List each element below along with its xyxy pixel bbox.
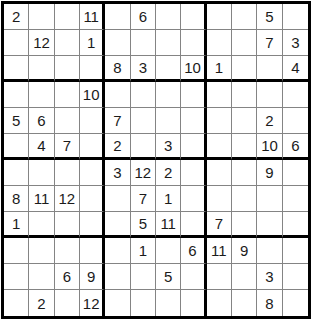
given-digit: 6 bbox=[139, 9, 147, 24]
cell-r5c5[interactable]: 7 bbox=[105, 108, 130, 134]
given-digit: 7 bbox=[113, 113, 121, 128]
cell-r3c5[interactable]: 8 bbox=[105, 56, 130, 82]
cell-r2c1[interactable] bbox=[4, 30, 29, 56]
cell-r12c2[interactable]: 2 bbox=[29, 290, 54, 316]
cell-r8c12[interactable] bbox=[283, 186, 308, 212]
given-digit: 10 bbox=[83, 87, 100, 102]
given-digit: 3 bbox=[265, 269, 273, 284]
cell-r2c6[interactable] bbox=[131, 30, 156, 56]
cell-r6c12[interactable]: 6 bbox=[283, 134, 308, 160]
cell-r4c9[interactable] bbox=[207, 82, 232, 108]
cell-r5c6[interactable] bbox=[131, 108, 156, 134]
cell-r7c4[interactable] bbox=[80, 160, 105, 186]
cell-r2c3[interactable] bbox=[55, 30, 80, 56]
cell-r2c4[interactable]: 1 bbox=[80, 30, 105, 56]
cell-r8c1[interactable]: 8 bbox=[4, 186, 29, 212]
cell-r1c10[interactable] bbox=[232, 4, 257, 30]
given-digit: 2 bbox=[37, 296, 45, 311]
cell-r6c3[interactable]: 7 bbox=[55, 134, 80, 160]
cell-r1c8[interactable] bbox=[181, 4, 206, 30]
cell-r4c7[interactable] bbox=[156, 82, 181, 108]
cell-r11c2[interactable] bbox=[29, 264, 54, 290]
sudoku-page: 2116512173831014105672472310631229811127… bbox=[0, 0, 312, 320]
cell-r3c7[interactable] bbox=[156, 56, 181, 82]
cell-r6c5[interactable]: 2 bbox=[105, 134, 130, 160]
given-digit: 5 bbox=[164, 269, 172, 284]
cell-r6c10[interactable] bbox=[232, 134, 257, 160]
given-digit: 5 bbox=[139, 216, 147, 231]
cell-r3c8[interactable]: 10 bbox=[181, 56, 206, 82]
cell-r11c9[interactable] bbox=[207, 264, 232, 290]
given-digit: 12 bbox=[58, 191, 75, 206]
cell-r3c12[interactable]: 4 bbox=[283, 56, 308, 82]
cell-r6c11[interactable]: 10 bbox=[257, 134, 282, 160]
cell-r8c11[interactable] bbox=[257, 186, 282, 212]
cell-r10c12[interactable] bbox=[283, 238, 308, 264]
cell-r12c10[interactable] bbox=[232, 290, 257, 316]
cell-r10c1[interactable] bbox=[4, 238, 29, 264]
given-digit: 11 bbox=[211, 243, 227, 258]
cell-r2c7[interactable] bbox=[156, 30, 181, 56]
cell-r7c6[interactable]: 12 bbox=[131, 160, 156, 186]
cell-r11c11[interactable]: 3 bbox=[257, 264, 282, 290]
cell-r12c12[interactable] bbox=[283, 290, 308, 316]
given-digit: 8 bbox=[12, 191, 20, 206]
given-digit: 6 bbox=[37, 113, 45, 128]
cell-r4c1[interactable] bbox=[4, 82, 29, 108]
given-digit: 12 bbox=[33, 35, 50, 50]
cell-r12c3[interactable] bbox=[55, 290, 80, 316]
cell-r1c6[interactable]: 6 bbox=[131, 4, 156, 30]
cell-r2c12[interactable]: 3 bbox=[283, 30, 308, 56]
cell-r2c8[interactable] bbox=[181, 30, 206, 56]
cell-r1c4[interactable]: 11 bbox=[80, 4, 105, 30]
cell-r4c8[interactable] bbox=[181, 82, 206, 108]
given-digit: 9 bbox=[87, 269, 95, 284]
cell-r12c8[interactable] bbox=[181, 290, 206, 316]
given-digit: 6 bbox=[188, 243, 196, 258]
cell-r10c7[interactable] bbox=[156, 238, 181, 264]
cell-r1c1[interactable]: 2 bbox=[4, 4, 29, 30]
given-digit: 3 bbox=[164, 138, 172, 153]
given-digit: 3 bbox=[139, 60, 147, 75]
cell-r11c5[interactable] bbox=[105, 264, 130, 290]
cell-r2c9[interactable] bbox=[207, 30, 232, 56]
given-digit: 8 bbox=[113, 60, 121, 75]
cell-r5c8[interactable] bbox=[181, 108, 206, 134]
cell-r7c5[interactable]: 3 bbox=[105, 160, 130, 186]
given-digit: 9 bbox=[240, 243, 248, 258]
cell-r3c3[interactable] bbox=[55, 56, 80, 82]
cell-r3c1[interactable] bbox=[4, 56, 29, 82]
cell-r8c9[interactable] bbox=[207, 186, 232, 212]
cell-r6c4[interactable] bbox=[80, 134, 105, 160]
cell-r8c6[interactable]: 7 bbox=[131, 186, 156, 212]
given-digit: 11 bbox=[83, 9, 99, 24]
cell-r9c10[interactable] bbox=[232, 212, 257, 238]
cell-r6c9[interactable] bbox=[207, 134, 232, 160]
cell-r7c11[interactable]: 9 bbox=[257, 160, 282, 186]
cell-r9c11[interactable] bbox=[257, 212, 282, 238]
given-digit: 7 bbox=[139, 191, 147, 206]
cell-r1c5[interactable] bbox=[105, 4, 130, 30]
cell-r3c4[interactable] bbox=[80, 56, 105, 82]
cell-r4c6[interactable] bbox=[131, 82, 156, 108]
cell-r8c8[interactable] bbox=[181, 186, 206, 212]
cell-r5c12[interactable] bbox=[283, 108, 308, 134]
cell-r9c1[interactable]: 1 bbox=[4, 212, 29, 238]
cell-r4c12[interactable] bbox=[283, 82, 308, 108]
cell-r10c10[interactable]: 9 bbox=[232, 238, 257, 264]
cell-r2c11[interactable]: 7 bbox=[257, 30, 282, 56]
given-digit: 1 bbox=[87, 35, 95, 50]
cell-r3c9[interactable]: 1 bbox=[207, 56, 232, 82]
given-digit: 9 bbox=[265, 165, 273, 180]
cell-r4c11[interactable] bbox=[257, 82, 282, 108]
cell-r7c9[interactable] bbox=[207, 160, 232, 186]
given-digit: 7 bbox=[63, 138, 71, 153]
given-digit: 2 bbox=[265, 113, 273, 128]
given-digit: 2 bbox=[12, 9, 20, 24]
cell-r5c7[interactable] bbox=[156, 108, 181, 134]
given-digit: 12 bbox=[134, 165, 151, 180]
given-digit: 1 bbox=[12, 216, 20, 231]
cell-r9c12[interactable] bbox=[283, 212, 308, 238]
cell-r4c5[interactable] bbox=[105, 82, 130, 108]
given-digit: 7 bbox=[215, 216, 223, 231]
cell-r10c5[interactable] bbox=[105, 238, 130, 264]
cell-r5c10[interactable] bbox=[232, 108, 257, 134]
given-digit: 11 bbox=[160, 216, 176, 231]
cell-r11c6[interactable] bbox=[131, 264, 156, 290]
sudoku-board: 2116512173831014105672472310631229811127… bbox=[1, 1, 311, 319]
cell-r9c6[interactable]: 5 bbox=[131, 212, 156, 238]
cell-r12c4[interactable]: 12 bbox=[80, 290, 105, 316]
cell-r6c6[interactable] bbox=[131, 134, 156, 160]
cell-r8c2[interactable]: 11 bbox=[29, 186, 54, 212]
cell-r9c9[interactable]: 7 bbox=[207, 212, 232, 238]
given-digit: 6 bbox=[63, 269, 71, 284]
cell-r2c5[interactable] bbox=[105, 30, 130, 56]
given-digit: 1 bbox=[215, 60, 223, 75]
cell-r7c7[interactable]: 2 bbox=[156, 160, 181, 186]
cell-r2c10[interactable] bbox=[232, 30, 257, 56]
cell-r12c5[interactable] bbox=[105, 290, 130, 316]
cell-r8c4[interactable] bbox=[80, 186, 105, 212]
cell-r11c1[interactable] bbox=[4, 264, 29, 290]
given-digit: 11 bbox=[34, 191, 50, 206]
cell-r11c7[interactable]: 5 bbox=[156, 264, 181, 290]
given-digit: 7 bbox=[265, 35, 273, 50]
cell-r11c10[interactable] bbox=[232, 264, 257, 290]
cell-r4c2[interactable] bbox=[29, 82, 54, 108]
cell-r5c1[interactable]: 5 bbox=[4, 108, 29, 134]
given-digit: 1 bbox=[164, 191, 172, 206]
given-digit: 3 bbox=[113, 165, 121, 180]
given-digit: 2 bbox=[164, 165, 172, 180]
cell-r8c10[interactable] bbox=[232, 186, 257, 212]
cell-r7c12[interactable] bbox=[283, 160, 308, 186]
given-digit: 5 bbox=[12, 113, 20, 128]
cell-r12c7[interactable] bbox=[156, 290, 181, 316]
cell-r7c8[interactable] bbox=[181, 160, 206, 186]
given-digit: 2 bbox=[113, 138, 121, 153]
cell-r11c4[interactable]: 9 bbox=[80, 264, 105, 290]
cell-r11c12[interactable] bbox=[283, 264, 308, 290]
given-digit: 6 bbox=[291, 138, 299, 153]
cell-r4c10[interactable] bbox=[232, 82, 257, 108]
cell-r7c10[interactable] bbox=[232, 160, 257, 186]
cell-r10c11[interactable] bbox=[257, 238, 282, 264]
cell-r7c3[interactable] bbox=[55, 160, 80, 186]
cell-r3c11[interactable] bbox=[257, 56, 282, 82]
given-digit: 1 bbox=[139, 243, 147, 258]
given-digit: 10 bbox=[184, 60, 201, 75]
cell-r9c5[interactable] bbox=[105, 212, 130, 238]
cell-r10c4[interactable] bbox=[80, 238, 105, 264]
given-digit: 8 bbox=[265, 296, 273, 311]
cell-r5c2[interactable]: 6 bbox=[29, 108, 54, 134]
cell-r5c4[interactable] bbox=[80, 108, 105, 134]
cell-r12c11[interactable]: 8 bbox=[257, 290, 282, 316]
cell-r10c8[interactable]: 6 bbox=[181, 238, 206, 264]
cell-r12c9[interactable] bbox=[207, 290, 232, 316]
given-digit: 3 bbox=[291, 35, 299, 50]
cell-r8c5[interactable] bbox=[105, 186, 130, 212]
cell-r6c8[interactable] bbox=[181, 134, 206, 160]
cell-r10c2[interactable] bbox=[29, 238, 54, 264]
cell-r11c8[interactable] bbox=[181, 264, 206, 290]
cell-r11c3[interactable]: 6 bbox=[55, 264, 80, 290]
cell-r1c2[interactable] bbox=[29, 4, 54, 30]
cell-r5c11[interactable]: 2 bbox=[257, 108, 282, 134]
cell-r5c3[interactable] bbox=[55, 108, 80, 134]
given-digit: 4 bbox=[37, 138, 45, 153]
cell-r6c7[interactable]: 3 bbox=[156, 134, 181, 160]
cell-r6c2[interactable]: 4 bbox=[29, 134, 54, 160]
cell-r1c11[interactable]: 5 bbox=[257, 4, 282, 30]
cell-r1c9[interactable] bbox=[207, 4, 232, 30]
cell-r3c2[interactable] bbox=[29, 56, 54, 82]
cell-r2c2[interactable]: 12 bbox=[29, 30, 54, 56]
cell-r3c6[interactable]: 3 bbox=[131, 56, 156, 82]
given-digit: 5 bbox=[265, 9, 273, 24]
given-digit: 12 bbox=[83, 296, 100, 311]
cell-r1c3[interactable] bbox=[55, 4, 80, 30]
cell-r7c1[interactable] bbox=[4, 160, 29, 186]
cell-r9c7[interactable]: 11 bbox=[156, 212, 181, 238]
given-digit: 4 bbox=[291, 60, 299, 75]
cell-r12c1[interactable] bbox=[4, 290, 29, 316]
cell-r9c3[interactable] bbox=[55, 212, 80, 238]
given-digit: 10 bbox=[261, 138, 278, 153]
cell-r9c4[interactable] bbox=[80, 212, 105, 238]
cell-r3c10[interactable] bbox=[232, 56, 257, 82]
cell-r10c9[interactable]: 11 bbox=[207, 238, 232, 264]
cell-r8c7[interactable]: 1 bbox=[156, 186, 181, 212]
cell-r4c3[interactable] bbox=[55, 82, 80, 108]
cell-r10c6[interactable]: 1 bbox=[131, 238, 156, 264]
cell-r5c9[interactable] bbox=[207, 108, 232, 134]
cell-r9c8[interactable] bbox=[181, 212, 206, 238]
cell-r8c3[interactable]: 12 bbox=[55, 186, 80, 212]
cell-r12c6[interactable] bbox=[131, 290, 156, 316]
cell-r1c7[interactable] bbox=[156, 4, 181, 30]
cell-r4c4[interactable]: 10 bbox=[80, 82, 105, 108]
cell-r6c1[interactable] bbox=[4, 134, 29, 160]
cell-r7c2[interactable] bbox=[29, 160, 54, 186]
cell-r9c2[interactable] bbox=[29, 212, 54, 238]
cell-r1c12[interactable] bbox=[283, 4, 308, 30]
cell-r10c3[interactable] bbox=[55, 238, 80, 264]
